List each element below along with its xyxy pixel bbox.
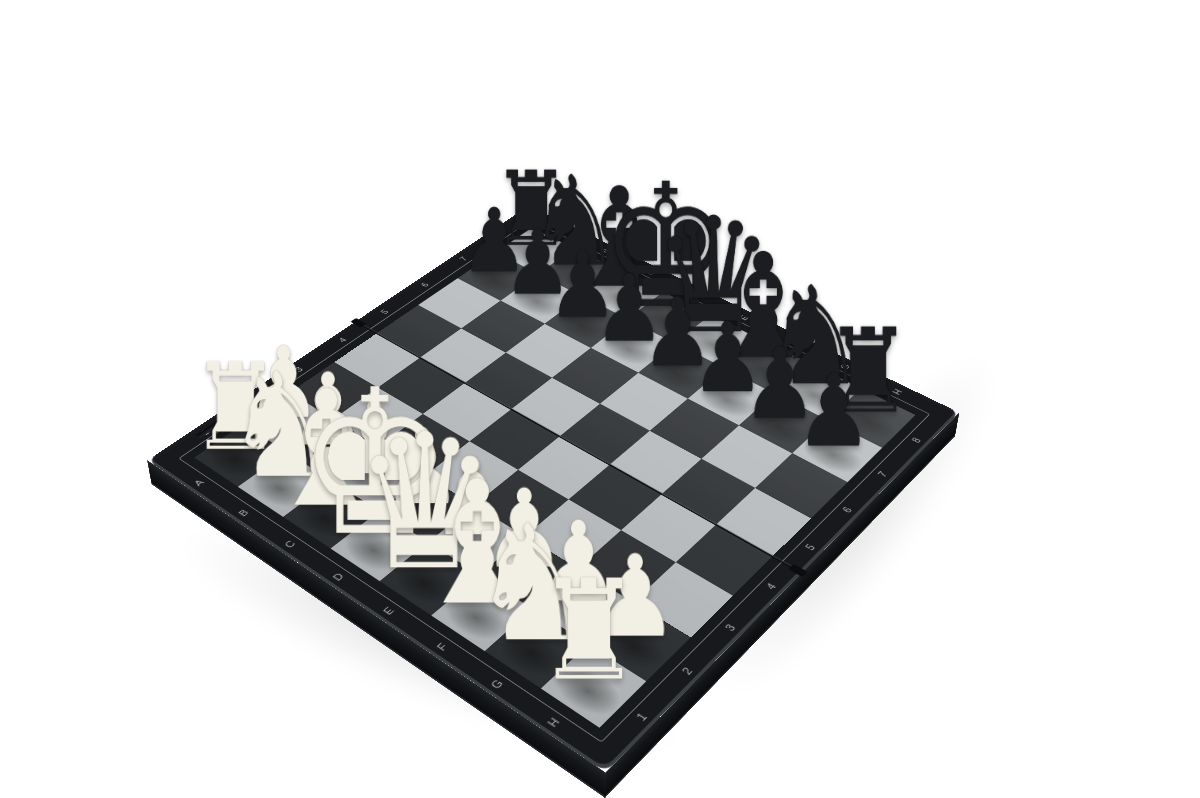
- piece-shadow: [727, 348, 797, 391]
- square-a1: ♜: [194, 424, 286, 486]
- piece-shadow: [742, 404, 815, 451]
- piece-shadow: [335, 523, 412, 578]
- piece-black-rook: ♜: [449, 165, 613, 253]
- board-frame: ♜♞♝♚♛♝♞♜♟♟♟♟♟♟♟♟♟♟♟♟♟♟♟♟♜♞♝♚♛♝♞♜ ABCDEFG…: [148, 206, 959, 773]
- board-squares: ♜♞♝♚♛♝♞♜♟♟♟♟♟♟♟♟♟♟♟♟♟♟♟♟♜♞♝♚♛♝♞♜: [194, 228, 915, 728]
- square-e3: [474, 470, 568, 536]
- photo-scene: ♜♞♝♚♛♝♞♜♟♟♟♟♟♟♟♟♟♟♟♟♟♟♟♟♜♞♝♚♛♝♞♜ ABCDEFG…: [0, 0, 1200, 798]
- product-photo: ♜♞♝♚♛♝♞♜♟♟♟♟♟♟♟♟♟♟♟♟♟♟♟♟♜♞♝♚♛♝♞♜ ABCDEFG…: [0, 0, 1200, 798]
- chessboard: ♜♞♝♚♛♝♞♜♟♟♟♟♟♟♟♟♟♟♟♟♟♟♟♟♜♞♝♚♛♝♞♜ ABCDEFG…: [148, 206, 959, 773]
- piece-shadow: [831, 399, 904, 445]
- square-h7: ♟: [792, 420, 882, 482]
- hinge: [350, 318, 366, 328]
